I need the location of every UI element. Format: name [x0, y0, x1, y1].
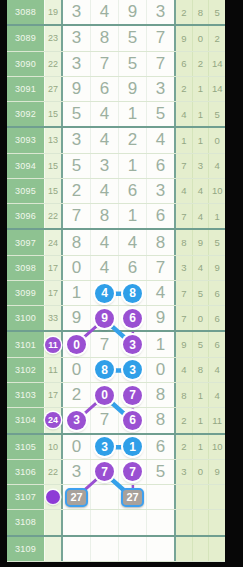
- digit-cell: [147, 537, 174, 561]
- stat-value: 1: [198, 390, 203, 401]
- digit-value: 1: [156, 335, 165, 355]
- digit-value: 7: [156, 54, 165, 74]
- digit-cell: 7: [119, 383, 147, 407]
- period-cell: 3096: [7, 204, 44, 228]
- stat-value: 2: [181, 83, 186, 94]
- circled-digit-purple: 7: [123, 462, 142, 481]
- stat-value: 2: [215, 33, 220, 44]
- stat-value: 14: [212, 83, 223, 94]
- stat-cell: 1: [193, 408, 210, 432]
- stat-value: 4: [198, 262, 203, 273]
- digit-value: 6: [100, 79, 109, 99]
- prediction-box: 27: [121, 488, 144, 507]
- stat-cell: [209, 537, 225, 561]
- digit-cell: 8: [91, 358, 119, 382]
- digit-value: 1: [128, 206, 137, 226]
- digit-cell: 3: [119, 358, 147, 382]
- digit-cell: [147, 485, 174, 509]
- digit-cell: 0: [147, 358, 174, 382]
- stat-cell: 7: [176, 154, 193, 178]
- stat-value: 6: [215, 313, 220, 324]
- stat-cell: 7: [176, 204, 193, 228]
- stat-cell: 0: [193, 460, 210, 484]
- digit-cell: 6: [147, 204, 174, 228]
- digit-grid: 0 8 3 0: [61, 358, 176, 382]
- stat-cell: 2: [176, 77, 193, 101]
- digit-grid: 9 6 9 3: [61, 77, 176, 101]
- digit-value: 3: [72, 130, 81, 150]
- stat-cell: 5: [193, 281, 210, 305]
- digit-cell: 3: [63, 0, 91, 24]
- digit-cell: 3: [147, 0, 174, 24]
- digit-cell: 9: [91, 306, 119, 330]
- stat-cell: [209, 485, 225, 509]
- stat-cell: 8: [176, 383, 193, 407]
- sum-cell: 17: [44, 281, 61, 305]
- digit-cell: 5: [119, 26, 147, 50]
- sum-value: 17: [48, 288, 58, 298]
- digit-cell: 8: [147, 230, 174, 254]
- stat-cell: 4: [176, 358, 193, 382]
- digit-value: 8: [100, 28, 109, 48]
- digit-value: 4: [100, 233, 109, 253]
- stat-value: 4: [181, 364, 186, 375]
- digit-cell: 5: [63, 102, 91, 126]
- digit-cell: 2: [63, 383, 91, 407]
- stats-columns: 7 3 4: [176, 154, 225, 178]
- digit-cell: 9: [63, 306, 91, 330]
- stat-cell: [176, 537, 193, 561]
- stat-cell: 9: [176, 332, 193, 356]
- digit-cell: 1: [63, 281, 91, 305]
- stat-value: 0: [198, 466, 203, 477]
- digit-value: 3: [156, 79, 165, 99]
- sum-cell: [44, 485, 61, 509]
- stats-columns: 1 1 0: [176, 128, 225, 152]
- digit-value: 1: [128, 104, 137, 124]
- table-row: 3098 17 0 4 6 7 3 4: [7, 256, 225, 281]
- digit-cell: 7: [91, 332, 119, 356]
- stat-value: 4: [181, 185, 186, 196]
- sum-value: 24: [48, 238, 58, 248]
- stat-cell: 4: [176, 179, 193, 203]
- period-cell: 3089: [7, 26, 44, 50]
- sum-value: 22: [48, 59, 58, 69]
- stat-value: 6: [215, 339, 220, 350]
- period-cell: 3100: [7, 306, 44, 330]
- stat-value: 6: [181, 58, 186, 69]
- digit-value: 6: [156, 437, 165, 457]
- table-row: 3109: [7, 537, 225, 562]
- sum-cell: 22: [44, 52, 61, 76]
- digit-cell: 6: [147, 154, 174, 178]
- sum-cell: 17: [44, 256, 61, 280]
- sum-value: 13: [48, 135, 58, 145]
- digit-value: 9: [128, 79, 137, 99]
- sum-value: 15: [48, 161, 58, 171]
- circled-digit-purple: 7: [123, 386, 142, 405]
- period-cell: 3104: [7, 408, 44, 432]
- stat-value: 5: [215, 237, 220, 248]
- stats-columns: 7 5 6: [176, 281, 225, 305]
- stat-value: 4: [215, 160, 220, 171]
- digit-cell: 8: [147, 383, 174, 407]
- stats-columns: 2 8 5: [176, 0, 225, 24]
- digit-cell: 2: [119, 128, 147, 152]
- digit-value: 9: [72, 308, 81, 328]
- stat-value: 4: [215, 390, 220, 401]
- stats-columns: 8 1 4: [176, 383, 225, 407]
- digit-cell: 3: [119, 332, 147, 356]
- stat-value: 1: [198, 415, 203, 426]
- stat-cell: [193, 510, 210, 534]
- digit-cell: 3: [63, 26, 91, 50]
- purple-dot-marker: [46, 490, 60, 504]
- digit-cell: 3: [91, 435, 119, 459]
- stat-value: 7: [181, 288, 186, 299]
- digit-cell: [119, 510, 147, 534]
- digit-value: 7: [100, 335, 109, 355]
- stat-cell: [176, 485, 193, 509]
- digit-cell: 8: [91, 204, 119, 228]
- period-cell: 3098: [7, 256, 44, 280]
- stat-value: 2: [181, 415, 186, 426]
- digit-value: 7: [100, 54, 109, 74]
- stat-cell: 4: [176, 102, 193, 126]
- digit-cell: 5: [147, 102, 174, 126]
- stats-columns: 7 4 1: [176, 204, 225, 228]
- stat-value: 9: [215, 262, 220, 273]
- digit-grid: 27 27: [61, 485, 176, 509]
- digit-value: 2: [128, 130, 137, 150]
- digit-value: 8: [156, 410, 165, 430]
- stat-value: 2: [198, 58, 203, 69]
- digit-cell: 6: [119, 408, 147, 432]
- digit-cell: 6: [119, 256, 147, 280]
- stats-columns: 4 1 5: [176, 102, 225, 126]
- digit-cell: 27: [63, 485, 91, 509]
- sum-cell: 24: [44, 230, 61, 254]
- period-cell: 3107: [7, 485, 44, 509]
- digit-cell: 5: [147, 460, 174, 484]
- digit-cell: 7: [147, 52, 174, 76]
- sum-cell: 15: [44, 154, 61, 178]
- stat-cell: 0: [193, 26, 210, 50]
- stat-value: 10: [212, 441, 223, 452]
- period-cell: 3091: [7, 77, 44, 101]
- digit-grid: 1 4 8 4: [61, 281, 176, 305]
- stat-value: 4: [198, 185, 203, 196]
- circled-digit-purple: 0: [95, 386, 114, 405]
- stat-cell: 2: [193, 52, 210, 76]
- stat-cell: 10: [209, 179, 225, 203]
- period-cell: 3093: [7, 128, 44, 152]
- stat-cell: 9: [176, 26, 193, 50]
- stat-value: 0: [198, 33, 203, 44]
- digit-value: 4: [100, 130, 109, 150]
- period-label: 3092: [15, 109, 36, 119]
- stat-value: 9: [198, 237, 203, 248]
- stat-value: 1: [198, 83, 203, 94]
- digit-cell: 4: [91, 102, 119, 126]
- stat-cell: 5: [209, 230, 225, 254]
- sum-value: 10: [48, 442, 58, 452]
- digit-value: 3: [72, 462, 81, 482]
- digit-value: 2: [72, 385, 81, 405]
- digit-cell: 3: [63, 52, 91, 76]
- digit-value: 0: [72, 437, 81, 457]
- stats-columns: 6 2 14: [176, 52, 225, 76]
- period-label: 3109: [15, 544, 36, 554]
- stat-cell: 3: [193, 154, 210, 178]
- digit-cell: 7: [63, 204, 91, 228]
- digit-value: 6: [156, 156, 165, 176]
- stat-cell: [209, 510, 225, 534]
- stat-cell: 4: [193, 179, 210, 203]
- stat-value: 8: [181, 390, 186, 401]
- stat-value: 0: [198, 313, 203, 324]
- digit-value: 5: [128, 28, 137, 48]
- sum-cell: 13: [44, 128, 61, 152]
- digit-value: 4: [100, 104, 109, 124]
- table-row: 3101 11 0 7 3 1 9 5: [7, 332, 225, 357]
- stat-value: 5: [215, 109, 220, 120]
- stat-cell: 14: [209, 52, 225, 76]
- stat-cell: 7: [176, 281, 193, 305]
- stat-cell: 6: [176, 52, 193, 76]
- digit-cell: 7: [147, 256, 174, 280]
- digit-cell: 0: [63, 332, 91, 356]
- digit-cell: 8: [119, 281, 147, 305]
- digit-cell: 8: [147, 408, 174, 432]
- digit-grid: [61, 537, 176, 561]
- sum-cell: 19: [44, 0, 61, 24]
- table-row: 3090 22 3 7 5 7 6 2: [7, 52, 225, 77]
- table-row: 3103 17 2 0 7 8 8 1: [7, 383, 225, 408]
- sum-cell: 24: [44, 408, 61, 432]
- trend-chart-table: 3088 19 3 4 9 3 2 8: [7, 0, 225, 562]
- stat-cell: 14: [209, 77, 225, 101]
- digit-cell: [91, 485, 119, 509]
- table-row: 3097 24 8 4 4 8 8 9: [7, 230, 225, 255]
- stat-value: 1: [181, 135, 186, 146]
- stat-value: 9: [215, 466, 220, 477]
- stats-columns: 7 0 6: [176, 306, 225, 330]
- digit-grid: 2 4 6 3: [61, 179, 176, 203]
- period-cell: 3088: [7, 0, 44, 24]
- circled-digit-purple: 3: [67, 411, 86, 430]
- digit-value: 0: [72, 360, 81, 380]
- sum-value: 27: [48, 84, 58, 94]
- stat-value: 1: [198, 135, 203, 146]
- table-row: 3091 27 9 6 9 3 2 1: [7, 77, 225, 102]
- digit-grid: 7 8 1 6: [61, 204, 176, 228]
- stat-value: 6: [215, 288, 220, 299]
- digit-value: 7: [72, 206, 81, 226]
- period-cell: 3105: [7, 435, 44, 459]
- period-cell: 3092: [7, 102, 44, 126]
- digit-grid: 0 7 3 1: [61, 332, 176, 356]
- sum-cell: 23: [44, 26, 61, 50]
- digit-cell: 4: [147, 281, 174, 305]
- period-cell: 3095: [7, 179, 44, 203]
- digit-grid: 2 0 7 8: [61, 383, 176, 407]
- digit-value: 5: [156, 462, 165, 482]
- stat-cell: 2: [176, 435, 193, 459]
- digit-cell: 5: [63, 154, 91, 178]
- stats-columns: [176, 510, 225, 534]
- stat-value: 0: [215, 135, 220, 146]
- period-label: 3089: [15, 33, 36, 43]
- stat-cell: [176, 510, 193, 534]
- sum-cell: 17: [44, 383, 61, 407]
- digit-cell: [91, 510, 119, 534]
- table-row: 3100 33 9 9 6 9 7 0: [7, 306, 225, 332]
- stat-value: 4: [198, 211, 203, 222]
- digit-cell: 3: [91, 154, 119, 178]
- digit-value: 8: [156, 385, 165, 405]
- digit-grid: 3 7 5 7: [61, 52, 176, 76]
- stat-cell: 4: [209, 383, 225, 407]
- stat-value: 1: [198, 109, 203, 120]
- digit-cell: 6: [119, 179, 147, 203]
- stat-value: 3: [181, 262, 186, 273]
- table-row: 3104 24 3 7 6 8 2 1: [7, 408, 225, 434]
- stat-cell: 1: [193, 435, 210, 459]
- sum-value: 15: [48, 186, 58, 196]
- stat-cell: 0: [193, 306, 210, 330]
- digit-cell: 2: [63, 179, 91, 203]
- digit-cell: 8: [91, 26, 119, 50]
- digit-value: 4: [100, 181, 109, 201]
- table-row: 3094 15 5 3 1 6 7 3: [7, 154, 225, 179]
- period-label: 3102: [15, 365, 36, 375]
- digit-value: 1: [72, 283, 81, 303]
- circled-digit-blue: 3: [95, 437, 114, 456]
- stat-cell: 1: [176, 128, 193, 152]
- stat-value: 14: [212, 58, 223, 69]
- stat-value: 5: [215, 7, 220, 18]
- digit-cell: 7: [91, 408, 119, 432]
- digit-value: 3: [100, 156, 109, 176]
- stat-value: 10: [212, 185, 223, 196]
- stat-cell: 6: [209, 306, 225, 330]
- digit-cell: 9: [63, 77, 91, 101]
- stat-value: 1: [215, 211, 220, 222]
- period-cell: 3109: [7, 537, 44, 561]
- digit-cell: 8: [63, 230, 91, 254]
- digit-cell: 9: [119, 0, 147, 24]
- prediction-box: 27: [65, 488, 88, 507]
- stat-cell: 1: [193, 383, 210, 407]
- digit-cell: 4: [91, 256, 119, 280]
- period-label: 3100: [15, 313, 36, 323]
- table-row: 3108: [7, 510, 225, 536]
- digit-value: 7: [156, 28, 165, 48]
- digit-cell: 4: [91, 179, 119, 203]
- digit-grid: 3 7 6 8: [61, 408, 176, 432]
- sum-cell: [44, 510, 61, 534]
- stat-cell: 4: [209, 154, 225, 178]
- stat-cell: [193, 485, 210, 509]
- circled-digit-blue: 8: [123, 284, 142, 303]
- sum-cell: 15: [44, 102, 61, 126]
- stats-columns: 8 9 5: [176, 230, 225, 254]
- stats-columns: 2 1 10: [176, 435, 225, 459]
- digit-cell: 4: [91, 230, 119, 254]
- stat-cell: 10: [209, 435, 225, 459]
- period-label: 3107: [15, 492, 36, 502]
- digit-cell: 0: [63, 358, 91, 382]
- sum-cell: 11: [44, 358, 61, 382]
- circled-digit-blue: 4: [95, 284, 114, 303]
- digit-cell: 4: [91, 128, 119, 152]
- stat-cell: 2: [176, 408, 193, 432]
- digit-grid: 0 3 1 6: [61, 435, 176, 459]
- digit-cell: [63, 537, 91, 561]
- stat-cell: 2: [209, 26, 225, 50]
- stat-cell: 8: [176, 230, 193, 254]
- table-row: 3107 27 27: [7, 485, 225, 510]
- table-row: 3099 17 1 4 8 4 7 5: [7, 281, 225, 306]
- digit-grid: 5 3 1 6: [61, 154, 176, 178]
- period-label: 3093: [15, 135, 36, 145]
- digit-cell: 4: [91, 281, 119, 305]
- digit-value: 3: [156, 2, 165, 22]
- period-cell: 3106: [7, 460, 44, 484]
- sum-cell: 22: [44, 460, 61, 484]
- sum-value: 11: [48, 365, 57, 375]
- period-label: 3101: [15, 340, 36, 350]
- stat-cell: 3: [176, 460, 193, 484]
- digit-value: 5: [128, 54, 137, 74]
- digit-cell: 7: [91, 52, 119, 76]
- stat-value: 1: [198, 441, 203, 452]
- digit-value: 4: [128, 233, 137, 253]
- stat-cell: 4: [193, 256, 210, 280]
- digit-cell: 1: [119, 204, 147, 228]
- period-cell: 3103: [7, 383, 44, 407]
- circled-digit-purple: 6: [123, 411, 142, 430]
- period-label: 3106: [15, 467, 36, 477]
- stat-cell: 7: [176, 306, 193, 330]
- stat-value: 4: [215, 364, 220, 375]
- stat-value: 4: [181, 109, 186, 120]
- digit-value: 8: [100, 206, 109, 226]
- stat-cell: 1: [209, 204, 225, 228]
- digit-cell: 7: [147, 26, 174, 50]
- stat-value: 2: [181, 7, 186, 18]
- digit-value: 2: [72, 181, 81, 201]
- stat-cell: 0: [209, 128, 225, 152]
- digit-cell: 3: [147, 77, 174, 101]
- stat-cell: 9: [209, 256, 225, 280]
- stat-value: 9: [181, 339, 186, 350]
- stat-cell: 9: [209, 460, 225, 484]
- digit-cell: 0: [63, 435, 91, 459]
- period-label: 3103: [15, 390, 36, 400]
- stat-value: 7: [181, 160, 186, 171]
- sum-value: 15: [48, 109, 58, 119]
- digit-grid: 3 7 7 5: [61, 460, 176, 484]
- stat-cell: 5: [209, 102, 225, 126]
- sum-value: 22: [48, 211, 58, 221]
- digit-grid: 9 9 6 9: [61, 306, 176, 330]
- sum-cell: 22: [44, 204, 61, 228]
- digit-value: 9: [156, 308, 165, 328]
- digit-value: 5: [72, 104, 81, 124]
- digit-value: 4: [100, 2, 109, 22]
